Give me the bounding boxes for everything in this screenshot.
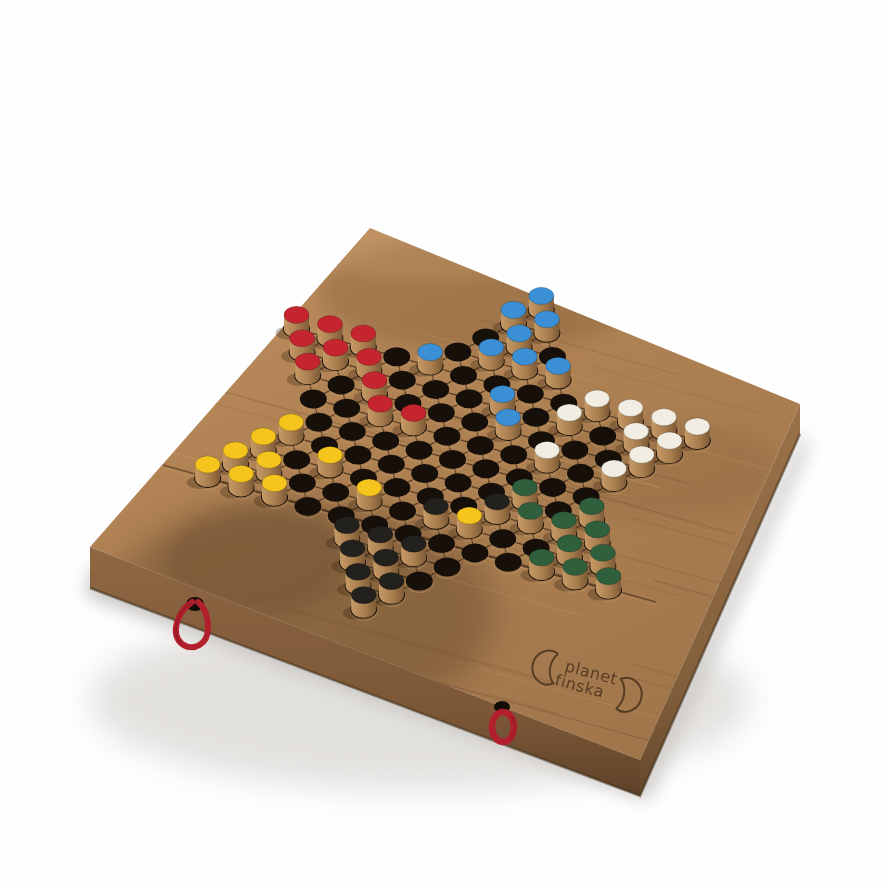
peg-top-white <box>557 404 582 421</box>
peg-top-blue <box>512 348 537 365</box>
peg-top-green <box>512 479 537 496</box>
peg-top-blue <box>490 385 515 402</box>
hole-r9-c1[interactable] <box>305 413 332 432</box>
grain-streak <box>106 369 197 394</box>
peg-top-yellow <box>195 456 220 473</box>
peg-top-white <box>601 460 626 477</box>
peg-top-red <box>368 395 393 412</box>
hole-r4-c1[interactable] <box>444 343 471 362</box>
grain-streak <box>645 276 817 324</box>
peg-top-red <box>284 306 309 323</box>
peg-top-green <box>551 511 576 528</box>
peg-top-white <box>624 423 649 440</box>
hole-r5-c4[interactable] <box>383 347 410 366</box>
peg-top-green <box>563 558 588 575</box>
peg-top-yellow <box>318 446 343 463</box>
hole-r12-c4[interactable] <box>322 483 349 502</box>
peg-top-yellow <box>251 428 276 445</box>
hole-r11-c5[interactable] <box>383 478 410 497</box>
hole-r10-c3[interactable] <box>344 445 371 464</box>
hole-r8-c1[interactable] <box>300 389 327 408</box>
board-scene: planet finska <box>0 0 889 889</box>
light-grain-top <box>310 220 550 280</box>
hole-r7-c9[interactable] <box>561 441 588 460</box>
peg-top-blue <box>501 301 526 318</box>
hole-r7-c5[interactable] <box>428 403 455 422</box>
peg-top-black <box>368 526 393 543</box>
peg-top-black <box>485 493 510 510</box>
hole-r13-c9[interactable] <box>461 543 488 562</box>
hole-r15-c3[interactable] <box>406 572 433 591</box>
peg-top-green <box>557 535 582 552</box>
peg-top-red <box>317 316 342 333</box>
peg-top-red <box>351 325 376 342</box>
peg-top-green <box>579 497 604 514</box>
peg-top-black <box>401 535 426 552</box>
product-photo-chinese-checkers: planet finska <box>0 0 889 889</box>
peg-top-blue <box>496 409 521 426</box>
hole-r13-c4[interactable] <box>294 497 321 516</box>
peg-top-black <box>373 549 398 566</box>
peg-top-red <box>323 339 348 356</box>
hole-r12-c6[interactable] <box>389 501 416 520</box>
peg-top-black <box>423 498 448 515</box>
peg-top-yellow <box>223 442 248 459</box>
hole-r6-c6[interactable] <box>456 389 483 408</box>
peg-top-white <box>651 409 676 426</box>
peg-top-green <box>590 544 615 561</box>
hole-r9-c8[interactable] <box>539 478 566 497</box>
peg-top-red <box>295 353 320 370</box>
peg-top-blue <box>418 344 443 361</box>
hole-r9-c5[interactable] <box>439 450 466 469</box>
peg-top-red <box>401 404 426 421</box>
peg-top-yellow <box>262 475 287 492</box>
peg-top-blue <box>479 339 504 356</box>
peg-top-white <box>657 432 682 449</box>
hole-r6-c8[interactable] <box>522 408 549 427</box>
hole-r6-c5[interactable] <box>422 380 449 399</box>
peg-top-green <box>529 549 554 566</box>
peg-top-blue <box>529 287 554 304</box>
hole-r10-c6[interactable] <box>445 473 472 492</box>
peg-top-yellow <box>229 465 254 482</box>
hole-r11-c2[interactable] <box>283 450 310 469</box>
hole-r8-c9[interactable] <box>567 464 594 483</box>
hole-r8-c7[interactable] <box>500 445 527 464</box>
peg-top-black <box>351 587 376 604</box>
peg-top-white <box>535 441 560 458</box>
peg-top-blue <box>534 311 559 328</box>
peg-top-yellow <box>457 507 482 524</box>
peg-top-white <box>685 418 710 435</box>
peg-top-black <box>379 572 404 589</box>
peg-top-red <box>362 372 387 389</box>
peg-top-black <box>340 540 365 557</box>
hole-r9-c6[interactable] <box>472 459 499 478</box>
peg-top-yellow <box>256 451 281 468</box>
peg-top-white <box>629 446 654 463</box>
hole-r13-c10[interactable] <box>495 553 522 572</box>
hole-r9-c4[interactable] <box>406 441 433 460</box>
peg-top-white <box>585 390 610 407</box>
peg-top-blue <box>546 357 571 374</box>
hole-r14-c4[interactable] <box>434 557 461 576</box>
peg-top-black <box>346 563 371 580</box>
peg-top-green <box>585 521 610 538</box>
peg-top-green <box>596 568 621 585</box>
peg-top-blue <box>507 325 532 342</box>
peg-top-yellow <box>357 479 382 496</box>
peg-top-yellow <box>279 414 304 431</box>
peg-top-red <box>356 348 381 365</box>
peg-top-black <box>334 516 359 533</box>
hole-r8-c5[interactable] <box>433 427 460 446</box>
hole-r10-c5[interactable] <box>411 464 438 483</box>
peg-top-white <box>618 399 643 416</box>
hole-r10-c4[interactable] <box>378 455 405 474</box>
peg-top-green <box>518 502 543 519</box>
peg-top-red <box>290 330 315 347</box>
